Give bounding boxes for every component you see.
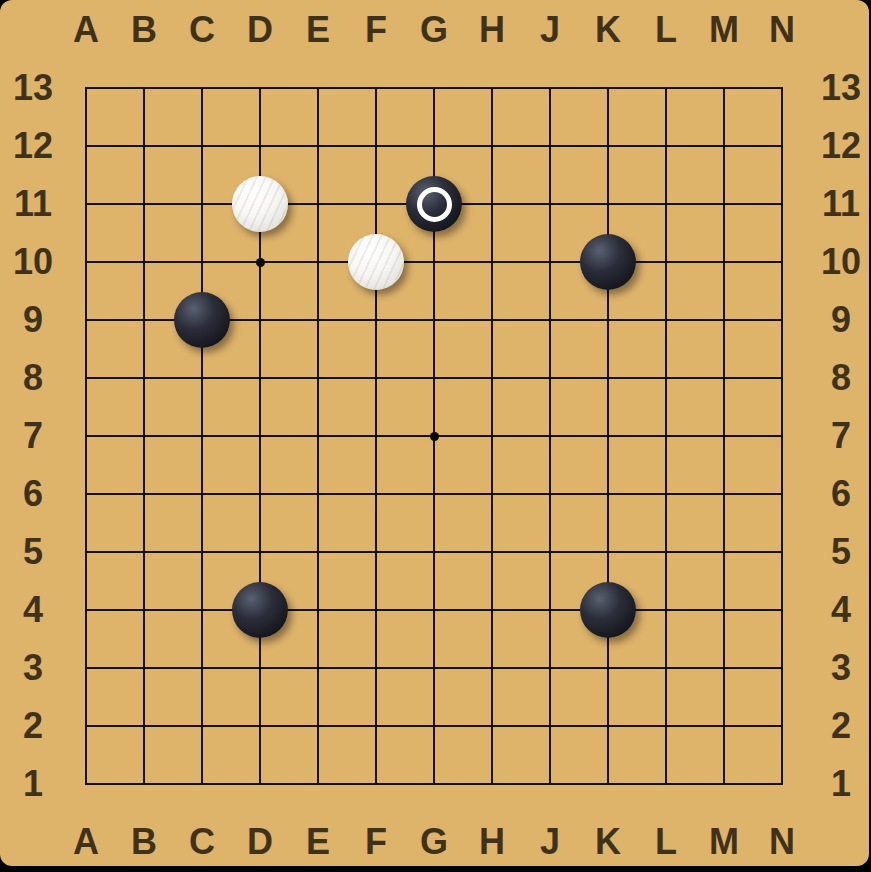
intersection-E3[interactable]: [289, 639, 347, 697]
intersection-H1[interactable]: [463, 755, 521, 813]
intersection-N10[interactable]: [753, 233, 811, 291]
intersection-H4[interactable]: [463, 581, 521, 639]
intersection-D13[interactable]: [231, 59, 289, 117]
col-label-top-E: E: [289, 2, 347, 58]
intersection-M11[interactable]: [695, 175, 753, 233]
col-label-top-M: M: [695, 2, 753, 58]
intersection-K8[interactable]: [579, 349, 637, 407]
intersection-N1[interactable]: [753, 755, 811, 813]
intersection-G8[interactable]: [405, 349, 463, 407]
intersection-B3[interactable]: [115, 639, 173, 697]
intersection-B10[interactable]: [115, 233, 173, 291]
intersection-K5[interactable]: [579, 523, 637, 581]
intersection-F4[interactable]: [347, 581, 405, 639]
last-move-marker-icon: [417, 187, 452, 222]
intersection-M6[interactable]: [695, 465, 753, 523]
col-label-bottom-B: B: [115, 814, 173, 870]
intersection-C3[interactable]: [173, 639, 231, 697]
intersection-J13[interactable]: [521, 59, 579, 117]
row-label-right-12: 12: [813, 117, 869, 175]
intersection-E2[interactable]: [289, 697, 347, 755]
intersection-N12[interactable]: [753, 117, 811, 175]
intersection-H12[interactable]: [463, 117, 521, 175]
intersection-A3[interactable]: [57, 639, 115, 697]
intersection-E7[interactable]: [289, 407, 347, 465]
intersection-N6[interactable]: [753, 465, 811, 523]
black-stone-G11: [406, 176, 462, 232]
intersection-K3[interactable]: [579, 639, 637, 697]
intersection-N3[interactable]: [753, 639, 811, 697]
col-label-bottom-A: A: [57, 814, 115, 870]
intersection-L10[interactable]: [637, 233, 695, 291]
row-labels-left: 13121110987654321: [5, 59, 61, 813]
intersection-H5[interactable]: [463, 523, 521, 581]
intersection-B11[interactable]: [115, 175, 173, 233]
col-label-bottom-E: E: [289, 814, 347, 870]
intersection-F2[interactable]: [347, 697, 405, 755]
intersection-L7[interactable]: [637, 407, 695, 465]
intersection-H2[interactable]: [463, 697, 521, 755]
row-label-right-7: 7: [813, 407, 869, 465]
row-label-right-3: 3: [813, 639, 869, 697]
intersection-G1[interactable]: [405, 755, 463, 813]
intersection-B1[interactable]: [115, 755, 173, 813]
star-point-D10: [256, 258, 265, 267]
intersection-J11[interactable]: [521, 175, 579, 233]
col-label-bottom-G: G: [405, 814, 463, 870]
intersection-J5[interactable]: [521, 523, 579, 581]
col-label-top-L: L: [637, 2, 695, 58]
white-stone-D11: [232, 176, 288, 232]
intersection-C11[interactable]: [173, 175, 231, 233]
intersection-F7[interactable]: [347, 407, 405, 465]
row-label-right-4: 4: [813, 581, 869, 639]
intersection-A13[interactable]: [57, 59, 115, 117]
col-label-bottom-C: C: [173, 814, 231, 870]
row-label-right-1: 1: [813, 755, 869, 813]
intersection-A8[interactable]: [57, 349, 115, 407]
intersection-L6[interactable]: [637, 465, 695, 523]
intersection-E5[interactable]: [289, 523, 347, 581]
intersection-G3[interactable]: [405, 639, 463, 697]
intersection-K6[interactable]: [579, 465, 637, 523]
col-label-top-G: G: [405, 2, 463, 58]
intersection-M2[interactable]: [695, 697, 753, 755]
row-label-left-4: 4: [5, 581, 61, 639]
white-stone-F10: [348, 234, 404, 290]
column-labels-bottom: ABCDEFGHJKLMN: [57, 814, 811, 870]
intersection-A10[interactable]: [57, 233, 115, 291]
intersection-C1[interactable]: [173, 755, 231, 813]
intersection-L13[interactable]: [637, 59, 695, 117]
intersection-C9[interactable]: [173, 291, 231, 349]
intersection-J6[interactable]: [521, 465, 579, 523]
intersection-D12[interactable]: [231, 117, 289, 175]
intersection-G7[interactable]: [405, 407, 463, 465]
intersection-B7[interactable]: [115, 407, 173, 465]
row-label-left-9: 9: [5, 291, 61, 349]
intersection-D5[interactable]: [231, 523, 289, 581]
intersection-E10[interactable]: [289, 233, 347, 291]
intersection-M1[interactable]: [695, 755, 753, 813]
intersection-A4[interactable]: [57, 581, 115, 639]
intersection-E12[interactable]: [289, 117, 347, 175]
col-label-bottom-F: F: [347, 814, 405, 870]
row-label-left-13: 13: [5, 59, 61, 117]
row-labels-right: 13121110987654321: [813, 59, 869, 813]
intersection-F3[interactable]: [347, 639, 405, 697]
row-label-left-2: 2: [5, 697, 61, 755]
intersection-J7[interactable]: [521, 407, 579, 465]
intersection-M10[interactable]: [695, 233, 753, 291]
black-stone-K4: [580, 582, 636, 638]
row-label-right-5: 5: [813, 523, 869, 581]
col-label-top-J: J: [521, 2, 579, 58]
intersection-M12[interactable]: [695, 117, 753, 175]
row-label-left-1: 1: [5, 755, 61, 813]
intersection-N9[interactable]: [753, 291, 811, 349]
intersection-M13[interactable]: [695, 59, 753, 117]
intersection-J12[interactable]: [521, 117, 579, 175]
intersection-K7[interactable]: [579, 407, 637, 465]
row-label-left-6: 6: [5, 465, 61, 523]
intersection-A9[interactable]: [57, 291, 115, 349]
intersection-G12[interactable]: [405, 117, 463, 175]
intersection-D3[interactable]: [231, 639, 289, 697]
intersection-J9[interactable]: [521, 291, 579, 349]
intersection-C7[interactable]: [173, 407, 231, 465]
intersection-G6[interactable]: [405, 465, 463, 523]
intersection-M5[interactable]: [695, 523, 753, 581]
intersection-L8[interactable]: [637, 349, 695, 407]
intersection-D9[interactable]: [231, 291, 289, 349]
intersection-B12[interactable]: [115, 117, 173, 175]
intersection-G11[interactable]: [405, 175, 463, 233]
intersection-F6[interactable]: [347, 465, 405, 523]
intersection-N11[interactable]: [753, 175, 811, 233]
col-label-top-N: N: [753, 2, 811, 58]
intersection-A12[interactable]: [57, 117, 115, 175]
intersection-C8[interactable]: [173, 349, 231, 407]
intersection-G5[interactable]: [405, 523, 463, 581]
go-board-page: ABCDEFGHJKLMN ABCDEFGHJKLMN 131211109876…: [0, 0, 871, 872]
intersection-G4[interactable]: [405, 581, 463, 639]
intersection-D7[interactable]: [231, 407, 289, 465]
intersection-H11[interactable]: [463, 175, 521, 233]
intersection-J10[interactable]: [521, 233, 579, 291]
intersection-H8[interactable]: [463, 349, 521, 407]
row-label-left-8: 8: [5, 349, 61, 407]
col-label-top-B: B: [115, 2, 173, 58]
intersection-C6[interactable]: [173, 465, 231, 523]
intersection-B4[interactable]: [115, 581, 173, 639]
intersection-K11[interactable]: [579, 175, 637, 233]
intersection-J8[interactable]: [521, 349, 579, 407]
column-labels-top: ABCDEFGHJKLMN: [57, 2, 811, 58]
intersection-C12[interactable]: [173, 117, 231, 175]
row-label-left-12: 12: [5, 117, 61, 175]
intersection-L4[interactable]: [637, 581, 695, 639]
col-label-bottom-L: L: [637, 814, 695, 870]
intersection-C2[interactable]: [173, 697, 231, 755]
intersection-B9[interactable]: [115, 291, 173, 349]
intersection-M3[interactable]: [695, 639, 753, 697]
intersection-J2[interactable]: [521, 697, 579, 755]
intersection-K9[interactable]: [579, 291, 637, 349]
intersection-G2[interactable]: [405, 697, 463, 755]
col-label-top-F: F: [347, 2, 405, 58]
intersection-F11[interactable]: [347, 175, 405, 233]
intersection-F8[interactable]: [347, 349, 405, 407]
intersection-M8[interactable]: [695, 349, 753, 407]
intersection-C4[interactable]: [173, 581, 231, 639]
row-label-right-9: 9: [813, 291, 869, 349]
intersection-G13[interactable]: [405, 59, 463, 117]
row-label-right-6: 6: [813, 465, 869, 523]
intersection-D1[interactable]: [231, 755, 289, 813]
intersection-C13[interactable]: [173, 59, 231, 117]
row-label-right-8: 8: [813, 349, 869, 407]
intersection-M9[interactable]: [695, 291, 753, 349]
intersection-A1[interactable]: [57, 755, 115, 813]
intersection-K12[interactable]: [579, 117, 637, 175]
intersection-H10[interactable]: [463, 233, 521, 291]
intersection-E6[interactable]: [289, 465, 347, 523]
black-stone-K10: [580, 234, 636, 290]
intersection-J3[interactable]: [521, 639, 579, 697]
intersection-K2[interactable]: [579, 697, 637, 755]
row-label-right-2: 2: [813, 697, 869, 755]
col-label-bottom-H: H: [463, 814, 521, 870]
row-label-right-13: 13: [813, 59, 869, 117]
intersection-F13[interactable]: [347, 59, 405, 117]
black-stone-D4: [232, 582, 288, 638]
intersection-H9[interactable]: [463, 291, 521, 349]
intersection-K10[interactable]: [579, 233, 637, 291]
intersection-E13[interactable]: [289, 59, 347, 117]
intersection-D11[interactable]: [231, 175, 289, 233]
intersection-B6[interactable]: [115, 465, 173, 523]
star-point-G7: [430, 432, 439, 441]
intersection-A2[interactable]: [57, 697, 115, 755]
intersection-N2[interactable]: [753, 697, 811, 755]
col-label-bottom-M: M: [695, 814, 753, 870]
intersection-L11[interactable]: [637, 175, 695, 233]
black-stone-C9: [174, 292, 230, 348]
intersection-B13[interactable]: [115, 59, 173, 117]
intersection-A7[interactable]: [57, 407, 115, 465]
intersection-N5[interactable]: [753, 523, 811, 581]
intersection-A5[interactable]: [57, 523, 115, 581]
intersection-B8[interactable]: [115, 349, 173, 407]
col-label-bottom-J: J: [521, 814, 579, 870]
col-label-top-A: A: [57, 2, 115, 58]
intersection-N4[interactable]: [753, 581, 811, 639]
col-label-top-C: C: [173, 2, 231, 58]
intersection-E11[interactable]: [289, 175, 347, 233]
col-label-top-H: H: [463, 2, 521, 58]
col-label-bottom-N: N: [753, 814, 811, 870]
intersection-J4[interactable]: [521, 581, 579, 639]
row-label-left-10: 10: [5, 233, 61, 291]
intersection-C5[interactable]: [173, 523, 231, 581]
intersection-K1[interactable]: [579, 755, 637, 813]
intersection-F5[interactable]: [347, 523, 405, 581]
intersection-E9[interactable]: [289, 291, 347, 349]
intersection-K13[interactable]: [579, 59, 637, 117]
col-label-top-D: D: [231, 2, 289, 58]
intersection-H6[interactable]: [463, 465, 521, 523]
intersection-D2[interactable]: [231, 697, 289, 755]
intersection-K4[interactable]: [579, 581, 637, 639]
intersection-L3[interactable]: [637, 639, 695, 697]
intersection-L9[interactable]: [637, 291, 695, 349]
intersection-L1[interactable]: [637, 755, 695, 813]
intersection-D4[interactable]: [231, 581, 289, 639]
row-label-left-3: 3: [5, 639, 61, 697]
intersection-G10[interactable]: [405, 233, 463, 291]
intersection-L5[interactable]: [637, 523, 695, 581]
intersection-D6[interactable]: [231, 465, 289, 523]
intersection-M7[interactable]: [695, 407, 753, 465]
intersection-G9[interactable]: [405, 291, 463, 349]
intersection-A6[interactable]: [57, 465, 115, 523]
row-label-left-11: 11: [5, 175, 61, 233]
row-label-left-7: 7: [5, 407, 61, 465]
intersection-E8[interactable]: [289, 349, 347, 407]
intersection-N13[interactable]: [753, 59, 811, 117]
row-label-right-10: 10: [813, 233, 869, 291]
go-board: ABCDEFGHJKLMN ABCDEFGHJKLMN 131211109876…: [0, 0, 869, 866]
intersection-J1[interactable]: [521, 755, 579, 813]
col-label-bottom-K: K: [579, 814, 637, 870]
intersection-H7[interactable]: [463, 407, 521, 465]
intersection-A11[interactable]: [57, 175, 115, 233]
intersection-H3[interactable]: [463, 639, 521, 697]
row-label-left-5: 5: [5, 523, 61, 581]
intersection-F1[interactable]: [347, 755, 405, 813]
intersection-F10[interactable]: [347, 233, 405, 291]
intersection-L12[interactable]: [637, 117, 695, 175]
intersection-E4[interactable]: [289, 581, 347, 639]
intersection-D10[interactable]: [231, 233, 289, 291]
col-label-bottom-D: D: [231, 814, 289, 870]
col-label-top-K: K: [579, 2, 637, 58]
intersection-D8[interactable]: [231, 349, 289, 407]
intersection-B5[interactable]: [115, 523, 173, 581]
intersection-L2[interactable]: [637, 697, 695, 755]
intersection-E1[interactable]: [289, 755, 347, 813]
row-label-right-11: 11: [813, 175, 869, 233]
intersection-N7[interactable]: [753, 407, 811, 465]
intersection-F9[interactable]: [347, 291, 405, 349]
board-grid: [57, 59, 811, 813]
intersection-C10[interactable]: [173, 233, 231, 291]
intersection-M4[interactable]: [695, 581, 753, 639]
intersection-N8[interactable]: [753, 349, 811, 407]
intersection-F12[interactable]: [347, 117, 405, 175]
intersection-B2[interactable]: [115, 697, 173, 755]
intersection-H13[interactable]: [463, 59, 521, 117]
